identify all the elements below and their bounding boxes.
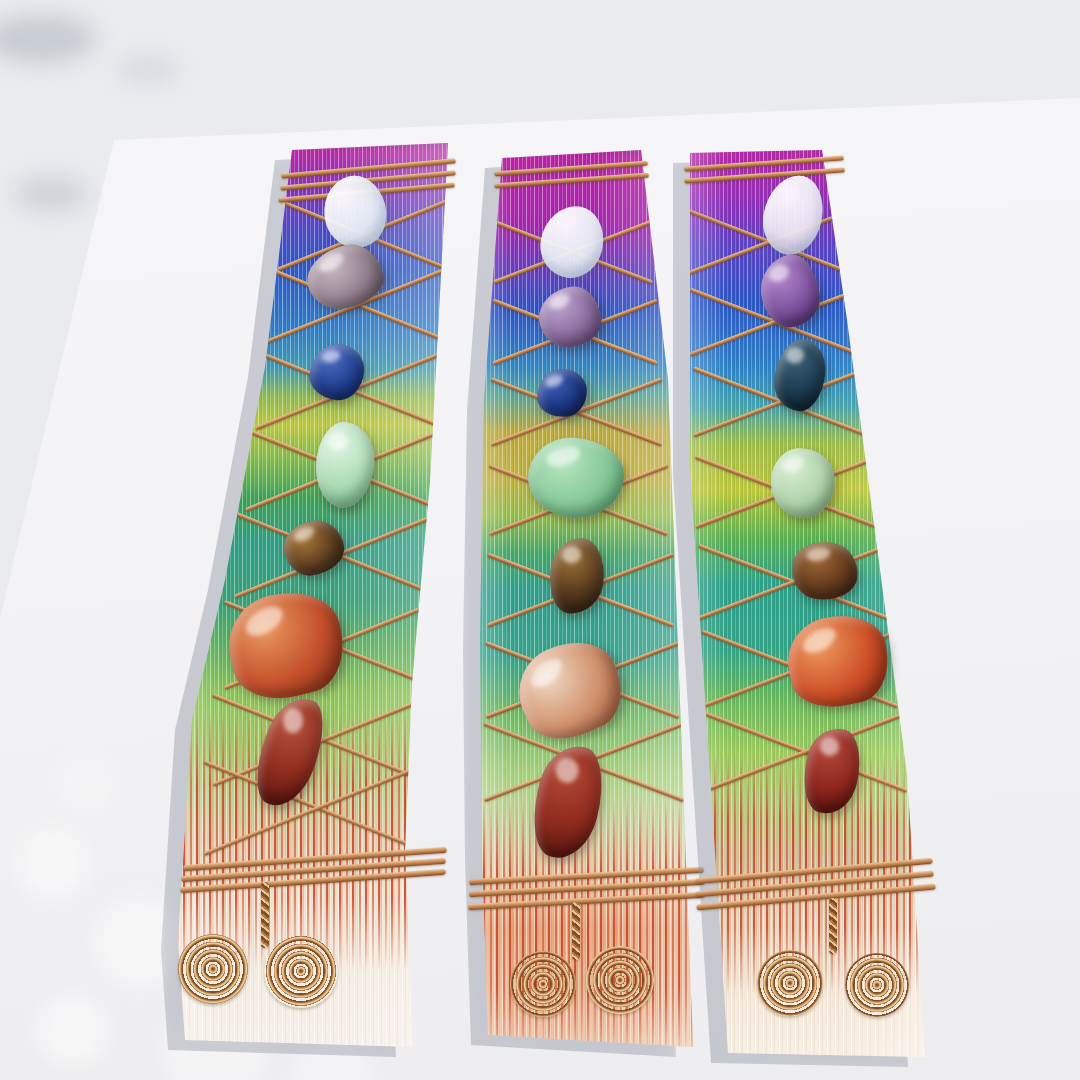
selenite-wand-left (170, 138, 460, 1063)
gemstone-carnelian (505, 627, 636, 753)
gemstone-amethyst (301, 239, 388, 315)
gemstone-lapis-lazuli (771, 337, 828, 414)
gemstone-clear-quartz (757, 171, 828, 260)
stone-glint (805, 546, 831, 563)
blurred-smudge (14, 176, 88, 212)
stone-glint (777, 182, 800, 202)
gemstone-green-aventurine (313, 420, 377, 510)
stone-glint (291, 525, 316, 545)
gemstone-lapis-lazuli (307, 341, 367, 402)
gemstone-tiger-eye (546, 535, 608, 616)
stone-glint (785, 345, 806, 364)
gemstone-red-jasper (797, 723, 868, 818)
gemstone-tiger-eye (281, 517, 348, 579)
gemstone-carnelian (218, 581, 354, 709)
stone-glint (544, 372, 565, 389)
gemstone-green-aventurine (769, 446, 838, 520)
stone-glint (282, 708, 303, 733)
gemstone-red-jasper (523, 739, 613, 865)
copper-spiral (757, 950, 823, 1016)
gemstone-red-jasper (245, 690, 336, 814)
stone-glint (766, 261, 792, 284)
copper-spiral (264, 934, 338, 1008)
twisted-copper-wire (261, 882, 269, 948)
stone-glint (560, 545, 582, 565)
gemstone-lapis-lazuli (535, 367, 588, 418)
stone-glint (328, 183, 355, 208)
stone-glint (240, 601, 287, 642)
stone-glint (819, 736, 840, 757)
stone-glint (799, 623, 840, 658)
stone-glint (544, 443, 582, 469)
blurred-smudge (118, 56, 178, 82)
bokeh-highlight (60, 760, 110, 810)
stone-glint (326, 430, 351, 453)
stone-glint (547, 291, 573, 312)
bokeh-highlight (38, 995, 108, 1065)
wand-hardware-left (170, 138, 460, 1063)
gemstone-green-aventurine (527, 436, 626, 519)
stone-glint (320, 348, 342, 364)
copper-spiral (586, 946, 654, 1014)
stone-glint (779, 453, 806, 476)
bokeh-highlight (18, 828, 88, 898)
stone-glint (554, 757, 579, 784)
copper-spiral (510, 951, 576, 1017)
twisted-copper-wire (829, 898, 837, 954)
gemstone-amethyst (536, 284, 604, 350)
gemstone-clear-quartz (536, 202, 607, 282)
selenite-wand-right (675, 135, 955, 1070)
copper-spiral (845, 953, 909, 1017)
blurred-smudge (0, 14, 96, 64)
stone-glint (316, 250, 347, 275)
selenite-wand-middle (470, 140, 700, 1080)
copper-wire (494, 173, 649, 189)
gemstone-carnelian (780, 607, 897, 716)
twisted-copper-wire (572, 902, 580, 960)
copper-spiral (178, 934, 248, 1004)
photo-scene (0, 0, 1080, 1080)
stone-glint (526, 653, 567, 693)
stone-glint (554, 212, 579, 231)
gemstone-tiger-eye (788, 538, 861, 605)
wand-hardware-middle (470, 140, 700, 1080)
gemstone-amethyst (756, 251, 823, 330)
wand-hardware-right (675, 135, 955, 1070)
